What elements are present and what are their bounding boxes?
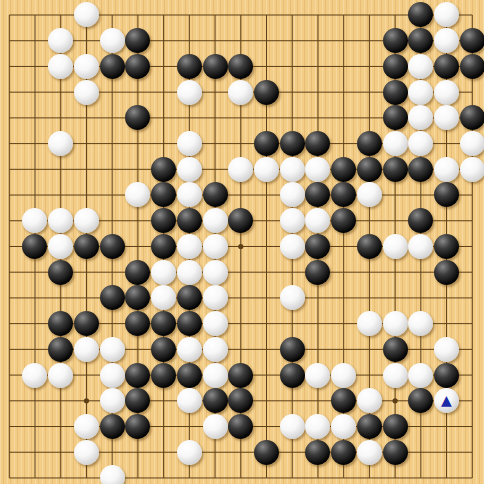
intersection-r18-c3[interactable] <box>74 465 100 484</box>
intersection-r12-c0[interactable] <box>0 311 22 337</box>
intersection-r17-c15[interactable] <box>382 439 408 465</box>
intersection-r13-c7[interactable] <box>176 336 202 362</box>
intersection-r3-c1[interactable] <box>22 79 48 105</box>
intersection-r18-c9[interactable] <box>228 465 254 484</box>
intersection-r5-c4[interactable] <box>99 131 125 157</box>
intersection-r1-c2[interactable] <box>48 28 74 54</box>
intersection-r15-c0[interactable] <box>0 388 22 414</box>
intersection-r18-c12[interactable] <box>305 465 331 484</box>
intersection-r0-c15[interactable] <box>382 2 408 28</box>
intersection-r6-c18[interactable] <box>459 156 484 182</box>
intersection-r1-c10[interactable] <box>254 28 280 54</box>
intersection-r17-c1[interactable] <box>22 439 48 465</box>
intersection-r4-c13[interactable] <box>331 105 357 131</box>
intersection-r2-c18[interactable] <box>459 54 484 80</box>
intersection-r10-c13[interactable] <box>331 259 357 285</box>
intersection-r11-c0[interactable] <box>0 285 22 311</box>
intersection-r5-c14[interactable] <box>356 131 382 157</box>
intersection-r9-c5[interactable] <box>125 234 151 260</box>
intersection-r13-c17[interactable] <box>434 336 460 362</box>
intersection-r7-c8[interactable] <box>202 182 228 208</box>
intersection-r2-c13[interactable] <box>331 54 357 80</box>
intersection-r14-c16[interactable] <box>408 362 434 388</box>
intersection-r11-c11[interactable] <box>279 285 305 311</box>
intersection-r7-c7[interactable] <box>176 182 202 208</box>
intersection-r12-c2[interactable] <box>48 311 74 337</box>
intersection-r13-c18[interactable] <box>459 336 484 362</box>
intersection-r18-c15[interactable] <box>382 465 408 484</box>
intersection-r14-c8[interactable] <box>202 362 228 388</box>
intersection-r2-c7[interactable] <box>176 54 202 80</box>
intersection-r5-c8[interactable] <box>202 131 228 157</box>
intersection-r16-c5[interactable] <box>125 414 151 440</box>
intersection-r9-c16[interactable] <box>408 234 434 260</box>
intersection-r3-c14[interactable] <box>356 79 382 105</box>
intersection-r14-c15[interactable] <box>382 362 408 388</box>
intersection-r11-c2[interactable] <box>48 285 74 311</box>
intersection-r3-c2[interactable] <box>48 79 74 105</box>
intersection-r15-c18[interactable] <box>459 388 484 414</box>
intersection-r5-c1[interactable] <box>22 131 48 157</box>
intersection-r14-c6[interactable] <box>151 362 177 388</box>
intersection-r12-c7[interactable] <box>176 311 202 337</box>
intersection-r0-c7[interactable] <box>176 2 202 28</box>
intersection-r0-c12[interactable] <box>305 2 331 28</box>
intersection-r11-c7[interactable] <box>176 285 202 311</box>
intersection-r16-c11[interactable] <box>279 414 305 440</box>
intersection-r1-c15[interactable] <box>382 28 408 54</box>
intersection-r16-c14[interactable] <box>356 414 382 440</box>
intersection-r7-c17[interactable] <box>434 182 460 208</box>
intersection-r12-c8[interactable] <box>202 311 228 337</box>
intersection-r3-c11[interactable] <box>279 79 305 105</box>
intersection-r13-c0[interactable] <box>0 336 22 362</box>
intersection-r16-c4[interactable] <box>99 414 125 440</box>
intersection-r8-c6[interactable] <box>151 208 177 234</box>
intersection-r17-c9[interactable] <box>228 439 254 465</box>
intersection-r15-c4[interactable] <box>99 388 125 414</box>
intersection-r17-c8[interactable] <box>202 439 228 465</box>
intersection-r1-c7[interactable] <box>176 28 202 54</box>
intersection-r6-c6[interactable] <box>151 156 177 182</box>
intersection-r0-c3[interactable] <box>74 2 100 28</box>
intersection-r11-c10[interactable] <box>254 285 280 311</box>
intersection-r10-c14[interactable] <box>356 259 382 285</box>
intersection-r9-c13[interactable] <box>331 234 357 260</box>
intersection-r17-c13[interactable] <box>331 439 357 465</box>
intersection-r4-c0[interactable] <box>0 105 22 131</box>
intersection-r3-c12[interactable] <box>305 79 331 105</box>
intersection-r5-c12[interactable] <box>305 131 331 157</box>
intersection-r6-c16[interactable] <box>408 156 434 182</box>
intersection-r3-c3[interactable] <box>74 79 100 105</box>
intersection-r15-c9[interactable] <box>228 388 254 414</box>
intersection-r2-c8[interactable] <box>202 54 228 80</box>
intersection-r7-c2[interactable] <box>48 182 74 208</box>
intersection-r17-c2[interactable] <box>48 439 74 465</box>
intersection-r6-c8[interactable] <box>202 156 228 182</box>
intersection-r9-c3[interactable] <box>74 234 100 260</box>
intersection-r4-c2[interactable] <box>48 105 74 131</box>
intersection-r4-c3[interactable] <box>74 105 100 131</box>
intersection-r16-c2[interactable] <box>48 414 74 440</box>
intersection-r10-c16[interactable] <box>408 259 434 285</box>
intersection-r2-c16[interactable] <box>408 54 434 80</box>
intersection-r9-c7[interactable] <box>176 234 202 260</box>
intersection-r16-c12[interactable] <box>305 414 331 440</box>
intersection-r17-c14[interactable] <box>356 439 382 465</box>
intersection-r14-c9[interactable] <box>228 362 254 388</box>
intersection-r14-c0[interactable] <box>0 362 22 388</box>
intersection-r8-c5[interactable] <box>125 208 151 234</box>
intersection-r15-c11[interactable] <box>279 388 305 414</box>
intersection-r5-c3[interactable] <box>74 131 100 157</box>
intersection-r15-c13[interactable] <box>331 388 357 414</box>
intersection-r7-c13[interactable] <box>331 182 357 208</box>
intersection-r5-c17[interactable] <box>434 131 460 157</box>
intersection-r14-c17[interactable] <box>434 362 460 388</box>
intersection-r1-c6[interactable] <box>151 28 177 54</box>
intersection-r3-c5[interactable] <box>125 79 151 105</box>
intersection-r7-c15[interactable] <box>382 182 408 208</box>
intersection-r15-c3[interactable] <box>74 388 100 414</box>
intersection-r10-c18[interactable] <box>459 259 484 285</box>
intersection-r16-c9[interactable] <box>228 414 254 440</box>
intersection-r2-c2[interactable] <box>48 54 74 80</box>
intersection-r8-c18[interactable] <box>459 208 484 234</box>
intersection-r17-c11[interactable] <box>279 439 305 465</box>
intersection-r6-c12[interactable] <box>305 156 331 182</box>
intersection-r6-c10[interactable] <box>254 156 280 182</box>
intersection-r13-c12[interactable] <box>305 336 331 362</box>
intersection-r16-c8[interactable] <box>202 414 228 440</box>
intersection-r2-c9[interactable] <box>228 54 254 80</box>
intersection-r4-c18[interactable] <box>459 105 484 131</box>
intersection-r13-c4[interactable] <box>99 336 125 362</box>
intersection-r5-c5[interactable] <box>125 131 151 157</box>
intersection-r8-c10[interactable] <box>254 208 280 234</box>
intersection-r9-c11[interactable] <box>279 234 305 260</box>
intersection-r13-c14[interactable] <box>356 336 382 362</box>
intersection-r14-c5[interactable] <box>125 362 151 388</box>
intersection-r0-c16[interactable] <box>408 2 434 28</box>
intersection-r14-c10[interactable] <box>254 362 280 388</box>
intersection-r15-c16[interactable] <box>408 388 434 414</box>
intersection-r14-c1[interactable] <box>22 362 48 388</box>
intersection-r13-c8[interactable] <box>202 336 228 362</box>
intersection-r3-c13[interactable] <box>331 79 357 105</box>
intersection-r0-c18[interactable] <box>459 2 484 28</box>
intersection-r0-c1[interactable] <box>22 2 48 28</box>
intersection-r3-c10[interactable] <box>254 79 280 105</box>
intersection-r12-c1[interactable] <box>22 311 48 337</box>
intersection-r0-c10[interactable] <box>254 2 280 28</box>
intersection-r18-c17[interactable] <box>434 465 460 484</box>
intersection-r18-c11[interactable] <box>279 465 305 484</box>
intersection-r13-c2[interactable] <box>48 336 74 362</box>
intersection-r11-c17[interactable] <box>434 285 460 311</box>
intersection-r1-c12[interactable] <box>305 28 331 54</box>
intersection-r2-c11[interactable] <box>279 54 305 80</box>
intersection-r18-c14[interactable] <box>356 465 382 484</box>
intersection-r9-c4[interactable] <box>99 234 125 260</box>
intersection-r13-c1[interactable] <box>22 336 48 362</box>
intersection-r12-c10[interactable] <box>254 311 280 337</box>
intersection-r5-c6[interactable] <box>151 131 177 157</box>
intersection-r3-c18[interactable] <box>459 79 484 105</box>
intersection-r9-c9[interactable] <box>228 234 254 260</box>
intersection-r11-c1[interactable] <box>22 285 48 311</box>
intersection-r11-c8[interactable] <box>202 285 228 311</box>
intersection-r8-c1[interactable] <box>22 208 48 234</box>
intersection-r13-c15[interactable] <box>382 336 408 362</box>
intersection-r10-c5[interactable] <box>125 259 151 285</box>
intersection-r12-c11[interactable] <box>279 311 305 337</box>
intersection-r10-c1[interactable] <box>22 259 48 285</box>
intersection-r1-c9[interactable] <box>228 28 254 54</box>
intersection-r15-c8[interactable] <box>202 388 228 414</box>
intersection-r7-c14[interactable] <box>356 182 382 208</box>
intersection-r12-c13[interactable] <box>331 311 357 337</box>
intersection-r6-c4[interactable] <box>99 156 125 182</box>
intersection-r17-c0[interactable] <box>0 439 22 465</box>
intersection-r16-c6[interactable] <box>151 414 177 440</box>
intersection-r16-c7[interactable] <box>176 414 202 440</box>
intersection-r0-c0[interactable] <box>0 2 22 28</box>
intersection-r18-c1[interactable] <box>22 465 48 484</box>
intersection-r15-c5[interactable] <box>125 388 151 414</box>
intersection-r10-c11[interactable] <box>279 259 305 285</box>
intersection-r6-c13[interactable] <box>331 156 357 182</box>
intersection-r6-c2[interactable] <box>48 156 74 182</box>
intersection-r9-c1[interactable] <box>22 234 48 260</box>
intersection-r16-c18[interactable] <box>459 414 484 440</box>
intersection-r6-c9[interactable] <box>228 156 254 182</box>
intersection-r4-c10[interactable] <box>254 105 280 131</box>
intersection-r1-c13[interactable] <box>331 28 357 54</box>
intersection-r7-c11[interactable] <box>279 182 305 208</box>
intersection-r11-c9[interactable] <box>228 285 254 311</box>
intersection-r9-c18[interactable] <box>459 234 484 260</box>
intersection-r6-c17[interactable] <box>434 156 460 182</box>
intersection-r9-c6[interactable] <box>151 234 177 260</box>
intersection-r14-c4[interactable] <box>99 362 125 388</box>
intersection-r13-c13[interactable] <box>331 336 357 362</box>
intersection-r18-c7[interactable] <box>176 465 202 484</box>
intersection-r13-c3[interactable] <box>74 336 100 362</box>
intersection-r10-c15[interactable] <box>382 259 408 285</box>
intersection-r12-c12[interactable] <box>305 311 331 337</box>
intersection-r12-c3[interactable] <box>74 311 100 337</box>
intersection-r2-c14[interactable] <box>356 54 382 80</box>
intersection-r12-c16[interactable] <box>408 311 434 337</box>
intersection-r8-c7[interactable] <box>176 208 202 234</box>
intersection-r5-c0[interactable] <box>0 131 22 157</box>
intersection-r11-c15[interactable] <box>382 285 408 311</box>
intersection-r1-c4[interactable] <box>99 28 125 54</box>
intersection-r15-c17[interactable]: ▲ <box>434 388 460 414</box>
intersection-r1-c0[interactable] <box>0 28 22 54</box>
intersection-r18-c16[interactable] <box>408 465 434 484</box>
intersection-r1-c16[interactable] <box>408 28 434 54</box>
intersection-r14-c18[interactable] <box>459 362 484 388</box>
intersection-r16-c17[interactable] <box>434 414 460 440</box>
intersection-r6-c14[interactable] <box>356 156 382 182</box>
intersection-r3-c8[interactable] <box>202 79 228 105</box>
intersection-r16-c3[interactable] <box>74 414 100 440</box>
intersection-r6-c0[interactable] <box>0 156 22 182</box>
intersection-r0-c8[interactable] <box>202 2 228 28</box>
intersection-r7-c12[interactable] <box>305 182 331 208</box>
intersection-r10-c4[interactable] <box>99 259 125 285</box>
intersection-r4-c9[interactable] <box>228 105 254 131</box>
intersection-r15-c12[interactable] <box>305 388 331 414</box>
intersection-r10-c7[interactable] <box>176 259 202 285</box>
intersection-r6-c11[interactable] <box>279 156 305 182</box>
intersection-r17-c3[interactable] <box>74 439 100 465</box>
intersection-r14-c2[interactable] <box>48 362 74 388</box>
intersection-r3-c9[interactable] <box>228 79 254 105</box>
intersection-r15-c1[interactable] <box>22 388 48 414</box>
intersection-r15-c10[interactable] <box>254 388 280 414</box>
intersection-r5-c7[interactable] <box>176 131 202 157</box>
intersection-r14-c14[interactable] <box>356 362 382 388</box>
intersection-r7-c9[interactable] <box>228 182 254 208</box>
intersection-r4-c6[interactable] <box>151 105 177 131</box>
intersection-r8-c4[interactable] <box>99 208 125 234</box>
intersection-r7-c1[interactable] <box>22 182 48 208</box>
intersection-r18-c10[interactable] <box>254 465 280 484</box>
intersection-r9-c14[interactable] <box>356 234 382 260</box>
intersection-r10-c10[interactable] <box>254 259 280 285</box>
intersection-r18-c6[interactable] <box>151 465 177 484</box>
intersection-r9-c0[interactable] <box>0 234 22 260</box>
intersection-r6-c5[interactable] <box>125 156 151 182</box>
intersection-r8-c17[interactable] <box>434 208 460 234</box>
intersection-r9-c15[interactable] <box>382 234 408 260</box>
intersection-r9-c8[interactable] <box>202 234 228 260</box>
intersection-r16-c0[interactable] <box>0 414 22 440</box>
intersection-r4-c1[interactable] <box>22 105 48 131</box>
intersection-r17-c7[interactable] <box>176 439 202 465</box>
intersection-r1-c8[interactable] <box>202 28 228 54</box>
intersection-r6-c15[interactable] <box>382 156 408 182</box>
intersection-r15-c7[interactable] <box>176 388 202 414</box>
intersection-r8-c0[interactable] <box>0 208 22 234</box>
intersection-r7-c18[interactable] <box>459 182 484 208</box>
intersection-r3-c4[interactable] <box>99 79 125 105</box>
intersection-r2-c6[interactable] <box>151 54 177 80</box>
intersection-r2-c15[interactable] <box>382 54 408 80</box>
intersection-r1-c5[interactable] <box>125 28 151 54</box>
intersection-r8-c16[interactable] <box>408 208 434 234</box>
intersection-r16-c1[interactable] <box>22 414 48 440</box>
intersection-r4-c17[interactable] <box>434 105 460 131</box>
intersection-r16-c10[interactable] <box>254 414 280 440</box>
intersection-r12-c15[interactable] <box>382 311 408 337</box>
intersection-r8-c8[interactable] <box>202 208 228 234</box>
intersection-r3-c7[interactable] <box>176 79 202 105</box>
intersection-r0-c4[interactable] <box>99 2 125 28</box>
intersection-r4-c15[interactable] <box>382 105 408 131</box>
intersection-r0-c5[interactable] <box>125 2 151 28</box>
intersection-r5-c11[interactable] <box>279 131 305 157</box>
intersection-r6-c3[interactable] <box>74 156 100 182</box>
intersection-r0-c11[interactable] <box>279 2 305 28</box>
intersection-r5-c15[interactable] <box>382 131 408 157</box>
intersection-r1-c14[interactable] <box>356 28 382 54</box>
intersection-r15-c6[interactable] <box>151 388 177 414</box>
intersection-r17-c12[interactable] <box>305 439 331 465</box>
intersection-r16-c16[interactable] <box>408 414 434 440</box>
intersection-r10-c17[interactable] <box>434 259 460 285</box>
intersection-r13-c6[interactable] <box>151 336 177 362</box>
intersection-r5-c13[interactable] <box>331 131 357 157</box>
intersection-r0-c14[interactable] <box>356 2 382 28</box>
intersection-r6-c7[interactable] <box>176 156 202 182</box>
intersection-r11-c14[interactable] <box>356 285 382 311</box>
intersection-r3-c16[interactable] <box>408 79 434 105</box>
intersection-r11-c18[interactable] <box>459 285 484 311</box>
intersection-r14-c11[interactable] <box>279 362 305 388</box>
intersection-r2-c0[interactable] <box>0 54 22 80</box>
intersection-r3-c6[interactable] <box>151 79 177 105</box>
intersection-r7-c3[interactable] <box>74 182 100 208</box>
intersection-r1-c18[interactable] <box>459 28 484 54</box>
intersection-r5-c2[interactable] <box>48 131 74 157</box>
intersection-r1-c17[interactable] <box>434 28 460 54</box>
intersection-r10-c2[interactable] <box>48 259 74 285</box>
intersection-r16-c13[interactable] <box>331 414 357 440</box>
intersection-r7-c6[interactable] <box>151 182 177 208</box>
intersection-r3-c17[interactable] <box>434 79 460 105</box>
intersection-r14-c7[interactable] <box>176 362 202 388</box>
intersection-r5-c9[interactable] <box>228 131 254 157</box>
intersection-r15-c14[interactable] <box>356 388 382 414</box>
intersection-r18-c4[interactable] <box>99 465 125 484</box>
intersection-r17-c6[interactable] <box>151 439 177 465</box>
intersection-r6-c1[interactable] <box>22 156 48 182</box>
intersection-r12-c6[interactable] <box>151 311 177 337</box>
intersection-r4-c7[interactable] <box>176 105 202 131</box>
intersection-r10-c9[interactable] <box>228 259 254 285</box>
intersection-r17-c18[interactable] <box>459 439 484 465</box>
intersection-r13-c9[interactable] <box>228 336 254 362</box>
intersection-r2-c5[interactable] <box>125 54 151 80</box>
intersection-r4-c8[interactable] <box>202 105 228 131</box>
intersection-r18-c8[interactable] <box>202 465 228 484</box>
intersection-r4-c14[interactable] <box>356 105 382 131</box>
intersection-r3-c0[interactable] <box>0 79 22 105</box>
intersection-r8-c14[interactable] <box>356 208 382 234</box>
intersection-r0-c17[interactable] <box>434 2 460 28</box>
intersection-r10-c8[interactable] <box>202 259 228 285</box>
intersection-r7-c5[interactable] <box>125 182 151 208</box>
intersection-r12-c14[interactable] <box>356 311 382 337</box>
intersection-r4-c11[interactable] <box>279 105 305 131</box>
intersection-r7-c0[interactable] <box>0 182 22 208</box>
intersection-r9-c10[interactable] <box>254 234 280 260</box>
intersection-r10-c0[interactable] <box>0 259 22 285</box>
intersection-r12-c5[interactable] <box>125 311 151 337</box>
intersection-r8-c15[interactable] <box>382 208 408 234</box>
intersection-r16-c15[interactable] <box>382 414 408 440</box>
intersection-r10-c6[interactable] <box>151 259 177 285</box>
intersection-r13-c16[interactable] <box>408 336 434 362</box>
intersection-r9-c12[interactable] <box>305 234 331 260</box>
intersection-r8-c2[interactable] <box>48 208 74 234</box>
intersection-r5-c16[interactable] <box>408 131 434 157</box>
